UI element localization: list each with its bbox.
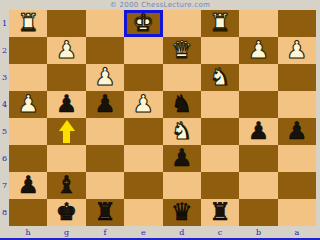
square-a1[interactable]: [278, 10, 316, 37]
piece-black-rook: ♜: [209, 199, 231, 226]
square-e1[interactable]: ♚: [124, 10, 162, 37]
file-label-g: g: [47, 226, 85, 238]
square-c8[interactable]: ♜: [201, 199, 239, 226]
square-d8[interactable]: ♛: [163, 199, 201, 226]
square-h6[interactable]: [9, 145, 47, 172]
square-d2[interactable]: ♛: [163, 37, 201, 64]
square-f4[interactable]: ♟: [86, 91, 124, 118]
square-e7[interactable]: [124, 172, 162, 199]
square-g2[interactable]: ♟: [47, 37, 85, 64]
square-g1[interactable]: [47, 10, 85, 37]
file-label-f: f: [86, 226, 124, 238]
piece-black-pawn: ♟: [248, 118, 270, 145]
rank-label-6: 6: [0, 145, 9, 172]
square-c3[interactable]: ♞: [201, 64, 239, 91]
rank-label-2: 2: [0, 37, 9, 64]
rank-label-4: 4: [0, 91, 9, 118]
square-d4[interactable]: ♞: [163, 91, 201, 118]
piece-black-rook: ♜: [94, 199, 116, 226]
square-c4[interactable]: [201, 91, 239, 118]
rank-label-7: 7: [0, 172, 9, 199]
square-a8[interactable]: [278, 199, 316, 226]
piece-white-king: ♚: [133, 10, 155, 37]
square-g5[interactable]: [47, 118, 85, 145]
square-c7[interactable]: [201, 172, 239, 199]
chess-diagram: © 2000 ChessLecture.com 12345678 ♜♚♜♟♛♟♟…: [0, 0, 320, 240]
square-b4[interactable]: [239, 91, 277, 118]
square-b1[interactable]: [239, 10, 277, 37]
file-labels: hgfedcba: [9, 226, 316, 238]
square-e8[interactable]: [124, 199, 162, 226]
square-f3[interactable]: ♟: [86, 64, 124, 91]
piece-black-pawn: ♟: [17, 172, 39, 199]
piece-white-pawn: ♟: [17, 91, 39, 118]
file-label-h: h: [9, 226, 47, 238]
square-e4[interactable]: ♟: [124, 91, 162, 118]
square-f6[interactable]: [86, 145, 124, 172]
square-f5[interactable]: [86, 118, 124, 145]
piece-black-knight: ♞: [171, 91, 193, 118]
square-e3[interactable]: [124, 64, 162, 91]
square-b2[interactable]: ♟: [239, 37, 277, 64]
move-arrow-icon: [59, 120, 75, 143]
square-b3[interactable]: [239, 64, 277, 91]
square-d5[interactable]: ♞: [163, 118, 201, 145]
square-h4[interactable]: ♟: [9, 91, 47, 118]
piece-white-rook: ♜: [17, 10, 39, 37]
piece-black-pawn: ♟: [56, 91, 78, 118]
square-c1[interactable]: ♜: [201, 10, 239, 37]
square-c5[interactable]: [201, 118, 239, 145]
square-g6[interactable]: [47, 145, 85, 172]
top-bar: © 2000 ChessLecture.com: [0, 0, 320, 10]
file-label-a: a: [278, 226, 316, 238]
piece-black-queen: ♛: [171, 199, 193, 226]
square-c6[interactable]: [201, 145, 239, 172]
piece-black-pawn: ♟: [94, 91, 116, 118]
square-e6[interactable]: [124, 145, 162, 172]
square-f2[interactable]: [86, 37, 124, 64]
square-d1[interactable]: [163, 10, 201, 37]
square-a3[interactable]: [278, 64, 316, 91]
file-label-c: c: [201, 226, 239, 238]
square-d3[interactable]: [163, 64, 201, 91]
square-a2[interactable]: ♟: [278, 37, 316, 64]
square-g4[interactable]: ♟: [47, 91, 85, 118]
file-label-d: d: [163, 226, 201, 238]
square-h7[interactable]: ♟: [9, 172, 47, 199]
watermark-text: © 2000 ChessLecture.com: [110, 1, 210, 9]
square-h5[interactable]: [9, 118, 47, 145]
piece-white-rook: ♜: [209, 10, 231, 37]
square-h3[interactable]: [9, 64, 47, 91]
square-h1[interactable]: ♜: [9, 10, 47, 37]
rank-label-3: 3: [0, 64, 9, 91]
square-g3[interactable]: [47, 64, 85, 91]
square-a6[interactable]: [278, 145, 316, 172]
square-h2[interactable]: [9, 37, 47, 64]
square-g7[interactable]: ♝: [47, 172, 85, 199]
square-a5[interactable]: ♟: [278, 118, 316, 145]
square-c2[interactable]: [201, 37, 239, 64]
rank-label-5: 5: [0, 118, 9, 145]
square-f1[interactable]: [86, 10, 124, 37]
square-b8[interactable]: [239, 199, 277, 226]
square-g8[interactable]: ♚: [47, 199, 85, 226]
piece-black-pawn: ♟: [171, 145, 193, 172]
square-e2[interactable]: [124, 37, 162, 64]
square-a4[interactable]: [278, 91, 316, 118]
square-b6[interactable]: [239, 145, 277, 172]
piece-white-pawn: ♟: [248, 37, 270, 64]
file-label-b: b: [239, 226, 277, 238]
square-d6[interactable]: ♟: [163, 145, 201, 172]
square-b5[interactable]: ♟: [239, 118, 277, 145]
piece-white-queen: ♛: [171, 37, 193, 64]
piece-white-pawn: ♟: [56, 37, 78, 64]
piece-black-king: ♚: [56, 199, 78, 226]
piece-black-bishop: ♝: [56, 172, 78, 199]
piece-white-knight: ♞: [209, 64, 231, 91]
file-label-e: e: [124, 226, 162, 238]
piece-black-pawn: ♟: [286, 118, 308, 145]
square-h8[interactable]: [9, 199, 47, 226]
square-d7[interactable]: [163, 172, 201, 199]
square-f7[interactable]: [86, 172, 124, 199]
piece-white-pawn: ♟: [94, 64, 116, 91]
square-f8[interactable]: ♜: [86, 199, 124, 226]
rank-label-1: 1: [0, 10, 9, 37]
chess-board: ♜♚♜♟♛♟♟♟♞♟♟♟♟♞♞♟♟♟♟♝♚♜♛♜: [9, 10, 316, 226]
piece-white-pawn: ♟: [133, 91, 155, 118]
piece-white-knight: ♞: [171, 118, 193, 145]
piece-white-pawn: ♟: [286, 37, 308, 64]
square-b7[interactable]: [239, 172, 277, 199]
square-a7[interactable]: [278, 172, 316, 199]
rank-labels: 12345678: [0, 10, 9, 226]
rank-label-8: 8: [0, 199, 9, 226]
square-e5[interactable]: [124, 118, 162, 145]
